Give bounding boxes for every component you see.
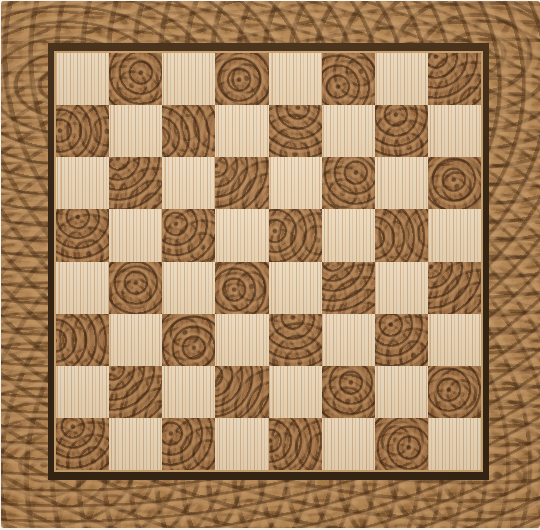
square-d5[interactable]	[215, 209, 268, 261]
square-d6[interactable]	[215, 157, 268, 209]
square-a7[interactable]	[56, 105, 109, 157]
square-f2[interactable]	[322, 366, 375, 418]
square-h1[interactable]	[428, 418, 481, 470]
square-g2[interactable]	[375, 366, 428, 418]
square-b1[interactable]	[109, 418, 162, 470]
square-f7[interactable]	[322, 105, 375, 157]
square-c4[interactable]	[162, 262, 215, 314]
square-f8[interactable]	[322, 53, 375, 105]
square-b7[interactable]	[109, 105, 162, 157]
square-b5[interactable]	[109, 209, 162, 261]
square-e3[interactable]	[269, 314, 322, 366]
square-g4[interactable]	[375, 262, 428, 314]
square-d8[interactable]	[215, 53, 268, 105]
square-h8[interactable]	[428, 53, 481, 105]
square-h6[interactable]	[428, 157, 481, 209]
square-e2[interactable]	[269, 366, 322, 418]
square-a1[interactable]	[56, 418, 109, 470]
square-c8[interactable]	[162, 53, 215, 105]
square-f5[interactable]	[322, 209, 375, 261]
square-e6[interactable]	[269, 157, 322, 209]
square-c5[interactable]	[162, 209, 215, 261]
square-e7[interactable]	[269, 105, 322, 157]
square-a2[interactable]	[56, 366, 109, 418]
square-f1[interactable]	[322, 418, 375, 470]
square-d7[interactable]	[215, 105, 268, 157]
dark-inlay-border-line	[48, 43, 489, 480]
square-a6[interactable]	[56, 157, 109, 209]
square-g3[interactable]	[375, 314, 428, 366]
square-c3[interactable]	[162, 314, 215, 366]
square-c1[interactable]	[162, 418, 215, 470]
square-d2[interactable]	[215, 366, 268, 418]
square-b4[interactable]	[109, 262, 162, 314]
square-h3[interactable]	[428, 314, 481, 366]
chessboard-product-photo	[0, 0, 540, 530]
square-d4[interactable]	[215, 262, 268, 314]
square-h7[interactable]	[428, 105, 481, 157]
square-b6[interactable]	[109, 157, 162, 209]
square-g6[interactable]	[375, 157, 428, 209]
square-d1[interactable]	[215, 418, 268, 470]
square-b2[interactable]	[109, 366, 162, 418]
square-a5[interactable]	[56, 209, 109, 261]
square-g1[interactable]	[375, 418, 428, 470]
square-b3[interactable]	[109, 314, 162, 366]
square-h4[interactable]	[428, 262, 481, 314]
walnut-burl-frame	[1, 1, 540, 528]
square-e4[interactable]	[269, 262, 322, 314]
square-a3[interactable]	[56, 314, 109, 366]
inner-light-inlay-line	[54, 51, 483, 472]
square-e5[interactable]	[269, 209, 322, 261]
square-a4[interactable]	[56, 262, 109, 314]
square-c2[interactable]	[162, 366, 215, 418]
square-c6[interactable]	[162, 157, 215, 209]
square-h5[interactable]	[428, 209, 481, 261]
square-h2[interactable]	[428, 366, 481, 418]
square-e8[interactable]	[269, 53, 322, 105]
square-f3[interactable]	[322, 314, 375, 366]
square-f4[interactable]	[322, 262, 375, 314]
chess-board-squares	[56, 53, 481, 470]
square-e1[interactable]	[269, 418, 322, 470]
square-d3[interactable]	[215, 314, 268, 366]
square-c7[interactable]	[162, 105, 215, 157]
square-g7[interactable]	[375, 105, 428, 157]
square-a8[interactable]	[56, 53, 109, 105]
square-g8[interactable]	[375, 53, 428, 105]
square-f6[interactable]	[322, 157, 375, 209]
square-b8[interactable]	[109, 53, 162, 105]
square-g5[interactable]	[375, 209, 428, 261]
